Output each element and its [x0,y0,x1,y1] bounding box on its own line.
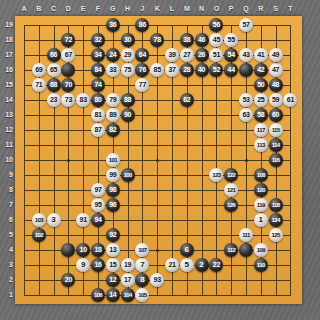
column-label-C: C [48,5,60,13]
stone-white-99: 99 [106,168,120,182]
column-label-B: B [33,5,45,13]
row-label-15: 15 [1,81,13,89]
grid-hline [24,295,291,296]
stone-black-40: 40 [195,63,209,77]
stone-black-104: 104 [121,288,135,302]
stone-black-98: 98 [106,183,120,197]
row-label-6: 6 [1,216,13,224]
stone-black-120: 120 [254,183,268,197]
column-label-O: O [210,5,222,13]
row-label-19: 19 [1,21,13,29]
grid-hline [24,190,291,191]
stone-black-66: 66 [47,48,61,62]
stone-black-106: 106 [91,288,105,302]
star-point-Q10 [245,159,248,162]
grid-hline [24,175,291,176]
stone-black-42: 42 [254,63,268,77]
stone-white-13: 13 [106,243,120,257]
stone-white-89: 89 [106,108,120,122]
column-label-E: E [77,5,89,13]
stone-black-82: 82 [106,123,120,137]
column-label-R: R [255,5,267,13]
row-label-16: 16 [1,66,13,74]
stone-white-43: 43 [239,48,253,62]
stone-white-59: 59 [269,93,283,107]
stone-white-37: 37 [165,63,179,77]
row-label-1: 1 [1,291,13,299]
stone-white-41: 41 [254,48,268,62]
stone-black-114: 114 [269,138,283,152]
stone-white-71: 71 [32,78,46,92]
stone-black-28: 28 [180,63,194,77]
stone-black-50: 50 [254,78,268,92]
stone-white-97: 97 [91,183,105,197]
column-label-K: K [151,5,163,13]
column-label-A: A [18,5,30,13]
stone-black-100: 100 [121,168,135,182]
stone-black-24: 24 [106,48,120,62]
column-label-T: T [284,5,296,13]
column-label-N: N [196,5,208,13]
stone-black-116: 116 [269,153,283,167]
column-label-P: P [225,5,237,13]
row-label-8: 8 [1,186,13,194]
stone-white-117: 117 [254,123,268,137]
stone-white-19: 19 [121,258,135,272]
stone-white-27: 27 [180,48,194,62]
stone-white-5: 5 [180,258,194,272]
stone-white-57: 57 [239,18,253,32]
stone-black-18: 18 [91,243,105,257]
stone-black-6: 6 [180,243,194,257]
stone-white-63: 63 [239,108,253,122]
row-label-7: 7 [1,201,13,209]
column-label-G: G [107,5,119,13]
stone-white-109: 109 [254,243,268,257]
stone-black-2: 2 [195,258,209,272]
column-label-M: M [181,5,193,13]
column-label-D: D [62,5,74,13]
stone-black-102: 102 [32,228,46,242]
stone-white-75: 75 [121,63,135,77]
stone-black-14: 14 [106,288,120,302]
stone-black-94: 94 [91,213,105,227]
stone-black-108: 108 [254,168,268,182]
stone-white-125: 125 [269,228,283,242]
stone-black-36: 36 [106,18,120,32]
grid-hline [24,205,291,206]
stone-white-39: 39 [165,48,179,62]
stone-white-87: 87 [91,123,105,137]
stone-black-16: 16 [91,258,105,272]
column-label-S: S [270,5,282,13]
stone-white-113: 113 [254,138,268,152]
stone-black-92: 92 [106,228,120,242]
stone-white-81: 81 [91,108,105,122]
row-label-11: 11 [1,141,13,149]
stone-white-95: 95 [91,198,105,212]
stone-black-34: 34 [91,48,105,62]
stone-white-79: 79 [106,93,120,107]
grid-vline [290,25,291,296]
stone-black-46: 46 [195,33,209,47]
row-label-9: 9 [1,171,13,179]
stone-black-handicap [239,243,253,257]
stone-white-65: 65 [47,63,61,77]
stone-black-60: 60 [269,108,283,122]
row-label-18: 18 [1,36,13,44]
stone-white-111: 111 [239,228,253,242]
row-label-2: 2 [1,276,13,284]
stone-white-103: 103 [32,213,46,227]
stone-black-68: 68 [47,78,61,92]
row-label-13: 13 [1,111,13,119]
stone-white-101: 101 [106,153,120,167]
stone-black-88: 88 [121,93,135,107]
stone-white-17: 17 [121,273,135,287]
row-label-10: 10 [1,156,13,164]
row-label-12: 12 [1,126,13,134]
row-label-17: 17 [1,51,13,59]
stone-white-29: 29 [121,48,135,62]
stone-white-3: 3 [47,213,61,227]
stone-white-69: 69 [32,63,46,77]
stone-white-53: 53 [239,93,253,107]
column-label-J: J [136,5,148,13]
stone-black-124: 124 [269,213,283,227]
stone-white-49: 49 [269,48,283,62]
column-label-H: H [122,5,134,13]
stone-white-1: 1 [254,213,268,227]
grid-hline [24,265,291,266]
stone-white-15: 15 [106,258,120,272]
stone-black-32: 32 [91,33,105,47]
stone-white-25: 25 [254,93,268,107]
stone-black-30: 30 [121,33,135,47]
stone-white-47: 47 [269,63,283,77]
stone-white-115: 115 [269,123,283,137]
stone-white-23: 23 [47,93,61,107]
column-label-Q: Q [240,5,252,13]
stone-black-110: 110 [254,258,268,272]
row-label-3: 3 [1,261,13,269]
stone-white-119: 119 [254,198,268,212]
go-diagram-screen: ABCDEFGHJKLMNOPQRST 19181716151413121110… [0,0,320,320]
row-label-14: 14 [1,96,13,104]
stone-black-84: 84 [91,63,105,77]
column-label-L: L [166,5,178,13]
stone-black-62: 62 [180,93,194,107]
stone-black-80: 80 [91,93,105,107]
stone-black-118: 118 [269,198,283,212]
stone-white-21: 21 [165,258,179,272]
stone-white-33: 33 [106,63,120,77]
row-label-5: 5 [1,231,13,239]
stone-black-90: 90 [121,108,135,122]
stone-black-48: 48 [269,78,283,92]
stone-black-38: 38 [180,33,194,47]
stone-black-74: 74 [91,78,105,92]
stone-black-handicap [239,63,253,77]
stone-black-12: 12 [106,273,120,287]
stone-black-26: 26 [195,48,209,62]
stone-black-96: 96 [106,198,120,212]
stone-black-58: 58 [254,108,268,122]
column-label-F: F [92,5,104,13]
grid-hline [24,220,291,221]
row-label-4: 4 [1,246,13,254]
